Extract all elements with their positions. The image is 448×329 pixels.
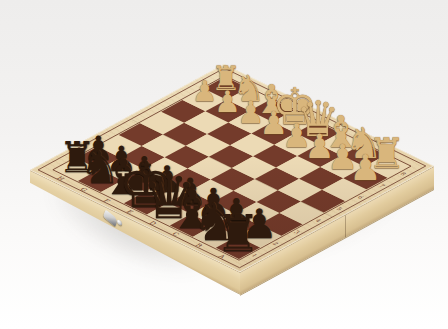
square-d6 <box>253 145 297 168</box>
square-c4 <box>234 179 278 202</box>
square-d7 <box>274 133 318 156</box>
square-b6 <box>299 167 343 190</box>
square-g6 <box>184 111 228 134</box>
square-g7 <box>205 100 249 123</box>
square-e6 <box>230 134 274 157</box>
square-f5 <box>186 134 230 157</box>
square-b5 <box>278 179 322 202</box>
square-e5 <box>209 145 253 168</box>
square-d2 <box>168 191 212 214</box>
square-e3 <box>166 168 210 191</box>
square-b4 <box>257 190 301 213</box>
square-d4 <box>211 168 255 191</box>
square-d5 <box>232 156 276 179</box>
square-b2 <box>214 213 258 236</box>
square-g3 <box>121 146 165 169</box>
square-e7 <box>251 122 295 145</box>
square-e4 <box>188 157 232 180</box>
square-d3 <box>189 180 233 203</box>
square-g5 <box>163 123 207 146</box>
square-e2 <box>145 180 189 203</box>
square-c6 <box>276 156 320 179</box>
fold-seam-icon <box>345 215 346 238</box>
square-c5 <box>255 167 299 190</box>
square-c2 <box>191 202 235 225</box>
square-f7 <box>228 111 272 134</box>
clasp-screw <box>117 219 122 226</box>
square-b3 <box>235 202 279 225</box>
square-g2 <box>99 158 143 181</box>
square-c3 <box>212 191 256 214</box>
square-f2 <box>122 169 166 192</box>
square-b7 <box>320 155 364 178</box>
square-c7 <box>297 144 341 167</box>
square-f6 <box>207 122 251 145</box>
square-g4 <box>142 134 186 157</box>
square-f3 <box>143 157 187 180</box>
square-f4 <box>165 146 209 169</box>
product-photo-stage: HGFEDCBA12345678 ♜♟♟♜♞♟♟♞♝♟♟♝♚♟♟♚♛♟♟♛♝♟♟… <box>0 0 448 329</box>
